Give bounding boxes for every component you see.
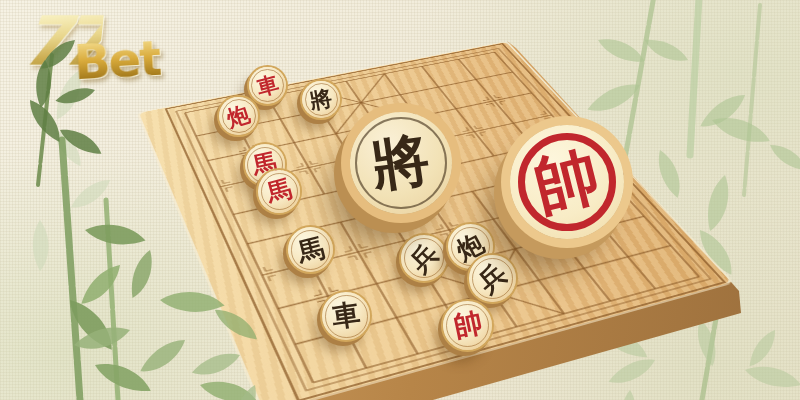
black-piece-glyph: 車 bbox=[331, 301, 363, 333]
featured-piece-shuai[interactable]: 帥 bbox=[510, 125, 624, 239]
xiangqi-piece[interactable]: 馬 bbox=[258, 170, 300, 212]
featured-piece-jiang[interactable]: 將 bbox=[350, 112, 452, 214]
featured-piece-glyph: 將 bbox=[369, 131, 434, 196]
xiangqi-piece[interactable]: 兵 bbox=[469, 255, 515, 301]
black-piece-glyph: 兵 bbox=[474, 259, 512, 297]
black-piece-glyph: 兵 bbox=[405, 239, 442, 276]
xiangqi-piece[interactable]: 車 bbox=[249, 67, 286, 104]
red-piece-glyph: 炮 bbox=[225, 102, 253, 130]
xiangqi-piece[interactable]: 將 bbox=[302, 81, 340, 119]
promo-banner: 車炮將馬馬馬兵炮兵車帥 將帥 77 Bet bbox=[0, 0, 800, 400]
red-piece-glyph: 車 bbox=[254, 72, 280, 98]
brand-logo: 77 Bet bbox=[16, 2, 206, 102]
xiangqi-piece[interactable]: 帥 bbox=[443, 301, 492, 350]
black-piece-glyph: 將 bbox=[308, 87, 333, 112]
black-piece-glyph: 馬 bbox=[295, 234, 327, 266]
red-piece-glyph: 帥 bbox=[451, 309, 484, 342]
logo-bet-text: Bet bbox=[73, 30, 162, 90]
red-piece-glyph: 馬 bbox=[264, 177, 294, 207]
xiangqi-piece[interactable]: 炮 bbox=[219, 97, 257, 135]
featured-piece-glyph: 帥 bbox=[528, 143, 605, 220]
xiangqi-piece[interactable]: 兵 bbox=[401, 235, 446, 280]
